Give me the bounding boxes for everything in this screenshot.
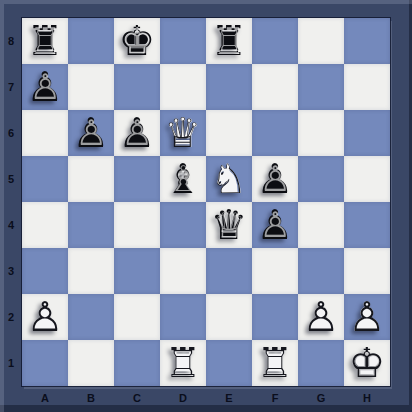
piece-glyph-fill: ♟ [257, 202, 294, 248]
square-c8[interactable]: ♚♔ [114, 18, 160, 64]
white-king-h1: ♚♔ [344, 340, 390, 386]
square-g7[interactable] [298, 64, 344, 110]
square-c2[interactable] [114, 294, 160, 340]
square-c3[interactable] [114, 248, 160, 294]
square-b4[interactable] [68, 202, 114, 248]
rank-label-3: 3 [0, 248, 22, 294]
black-queen-e4: ♛♕ [206, 202, 252, 248]
black-pawn-b6: ♟♙ [68, 110, 114, 156]
white-pawn-a2: ♟♙ [22, 294, 68, 340]
square-f6[interactable] [252, 110, 298, 156]
file-label-c: C [114, 389, 160, 407]
piece-glyph-fill: ♜ [211, 18, 248, 64]
piece-glyph-fill: ♚ [119, 18, 156, 64]
square-c5[interactable] [114, 156, 160, 202]
piece-glyph-outline: ♖ [29, 21, 61, 61]
square-e5[interactable]: ♞♘ [206, 156, 252, 202]
square-d5[interactable]: ♝♗ [160, 156, 206, 202]
square-g1[interactable] [298, 340, 344, 386]
piece-glyph-fill: ♟ [303, 294, 340, 340]
rank-label-5: 5 [0, 156, 22, 202]
square-d4[interactable] [160, 202, 206, 248]
piece-glyph-fill: ♟ [73, 110, 110, 156]
piece-glyph-outline: ♖ [213, 21, 245, 61]
square-b1[interactable] [68, 340, 114, 386]
file-label-a: A [22, 389, 68, 407]
piece-glyph-outline: ♙ [349, 294, 386, 340]
square-c4[interactable] [114, 202, 160, 248]
black-pawn-c6: ♟♙ [114, 110, 160, 156]
square-g5[interactable] [298, 156, 344, 202]
square-d2[interactable] [160, 294, 206, 340]
black-pawn-f5: ♟♙ [252, 156, 298, 202]
square-h3[interactable] [344, 248, 390, 294]
square-g6[interactable] [298, 110, 344, 156]
square-d6[interactable]: ♛♕ [160, 110, 206, 156]
black-rook-a8: ♜♖ [22, 18, 68, 64]
piece-glyph-fill: ♟ [119, 110, 156, 156]
piece-glyph-outline: ♙ [259, 205, 291, 245]
square-g4[interactable] [298, 202, 344, 248]
piece-glyph-outline: ♘ [211, 156, 248, 202]
square-b6[interactable]: ♟♙ [68, 110, 114, 156]
piece-glyph-outline: ♗ [167, 159, 199, 199]
piece-glyph-outline: ♕ [213, 205, 245, 245]
square-f8[interactable] [252, 18, 298, 64]
square-d8[interactable] [160, 18, 206, 64]
rank-label-7: 7 [0, 64, 22, 110]
black-king-c8: ♚♔ [114, 18, 160, 64]
square-d3[interactable] [160, 248, 206, 294]
square-a5[interactable] [22, 156, 68, 202]
square-h6[interactable] [344, 110, 390, 156]
square-f7[interactable] [252, 64, 298, 110]
square-g8[interactable] [298, 18, 344, 64]
square-e2[interactable] [206, 294, 252, 340]
piece-glyph-fill: ♟ [27, 64, 64, 110]
square-c1[interactable] [114, 340, 160, 386]
square-c6[interactable]: ♟♙ [114, 110, 160, 156]
square-a6[interactable] [22, 110, 68, 156]
square-a8[interactable]: ♜♖ [22, 18, 68, 64]
square-d7[interactable] [160, 64, 206, 110]
black-pawn-f4: ♟♙ [252, 202, 298, 248]
file-label-e: E [206, 389, 252, 407]
piece-glyph-fill: ♝ [165, 156, 202, 202]
piece-glyph-fill: ♚ [349, 340, 386, 386]
white-queen-d6: ♛♕ [160, 110, 206, 156]
white-pawn-h2: ♟♙ [344, 294, 390, 340]
file-label-h: H [344, 389, 390, 407]
square-b2[interactable] [68, 294, 114, 340]
square-e4[interactable]: ♛♕ [206, 202, 252, 248]
rank-label-8: 8 [0, 18, 22, 64]
square-a2[interactable]: ♟♙ [22, 294, 68, 340]
square-f5[interactable]: ♟♙ [252, 156, 298, 202]
square-c7[interactable] [114, 64, 160, 110]
chess-board: ♜♖♚♔♜♖♟♙♟♙♟♙♛♕♝♗♞♘♟♙♛♕♟♙♟♙♟♙♟♙♜♖♜♖♚♔ [22, 18, 390, 386]
piece-glyph-outline: ♙ [29, 67, 61, 107]
square-h5[interactable] [344, 156, 390, 202]
white-rook-f1: ♜♖ [252, 340, 298, 386]
square-h1[interactable]: ♚♔ [344, 340, 390, 386]
square-a7[interactable]: ♟♙ [22, 64, 68, 110]
black-pawn-a7: ♟♙ [22, 64, 68, 110]
square-h7[interactable] [344, 64, 390, 110]
square-f1[interactable]: ♜♖ [252, 340, 298, 386]
square-b7[interactable] [68, 64, 114, 110]
chessboard-frame: ♜♖♚♔♜♖♟♙♟♙♟♙♛♕♝♗♞♘♟♙♛♕♟♙♟♙♟♙♟♙♜♖♜♖♚♔ 876… [0, 0, 412, 412]
piece-glyph-outline: ♙ [75, 113, 107, 153]
square-g3[interactable] [298, 248, 344, 294]
piece-glyph-outline: ♙ [303, 294, 340, 340]
piece-glyph-outline: ♔ [349, 340, 386, 386]
rank-label-4: 4 [0, 202, 22, 248]
square-e8[interactable]: ♜♖ [206, 18, 252, 64]
square-b8[interactable] [68, 18, 114, 64]
square-f4[interactable]: ♟♙ [252, 202, 298, 248]
piece-glyph-outline: ♙ [121, 113, 153, 153]
square-a1[interactable] [22, 340, 68, 386]
white-pawn-g2: ♟♙ [298, 294, 344, 340]
piece-glyph-fill: ♟ [257, 156, 294, 202]
square-h2[interactable]: ♟♙ [344, 294, 390, 340]
white-knight-e5: ♞♘ [206, 156, 252, 202]
black-bishop-d5: ♝♗ [160, 156, 206, 202]
file-label-f: F [252, 389, 298, 407]
piece-glyph-outline: ♖ [257, 340, 294, 386]
square-f2[interactable] [252, 294, 298, 340]
square-g2[interactable]: ♟♙ [298, 294, 344, 340]
piece-glyph-fill: ♛ [211, 202, 248, 248]
piece-glyph-outline: ♕ [165, 110, 202, 156]
square-e1[interactable] [206, 340, 252, 386]
square-e3[interactable] [206, 248, 252, 294]
piece-glyph-fill: ♜ [165, 340, 202, 386]
square-b5[interactable] [68, 156, 114, 202]
piece-glyph-outline: ♙ [27, 294, 64, 340]
square-h8[interactable] [344, 18, 390, 64]
file-label-g: G [298, 389, 344, 407]
rank-label-6: 6 [0, 110, 22, 156]
piece-glyph-fill: ♟ [27, 294, 64, 340]
piece-glyph-fill: ♞ [211, 156, 248, 202]
file-label-b: B [68, 389, 114, 407]
piece-glyph-outline: ♔ [121, 21, 153, 61]
square-e7[interactable] [206, 64, 252, 110]
square-a4[interactable] [22, 202, 68, 248]
file-label-d: D [160, 389, 206, 407]
piece-glyph-outline: ♖ [165, 340, 202, 386]
rank-label-2: 2 [0, 294, 22, 340]
piece-glyph-outline: ♙ [259, 159, 291, 199]
square-f3[interactable] [252, 248, 298, 294]
piece-glyph-fill: ♜ [257, 340, 294, 386]
square-a3[interactable] [22, 248, 68, 294]
rank-label-1: 1 [0, 340, 22, 386]
square-h4[interactable] [344, 202, 390, 248]
square-e6[interactable] [206, 110, 252, 156]
piece-glyph-fill: ♛ [165, 110, 202, 156]
square-d1[interactable]: ♜♖ [160, 340, 206, 386]
black-rook-e8: ♜♖ [206, 18, 252, 64]
piece-glyph-fill: ♜ [27, 18, 64, 64]
white-rook-d1: ♜♖ [160, 340, 206, 386]
piece-glyph-fill: ♟ [349, 294, 386, 340]
square-b3[interactable] [68, 248, 114, 294]
